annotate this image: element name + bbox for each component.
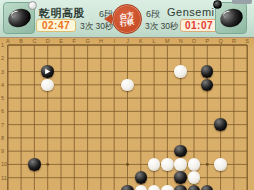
turn-stamp: 白方 行棋	[112, 4, 142, 34]
stone-N3-white	[174, 65, 186, 77]
stone-M12-white	[161, 185, 173, 190]
stone-P12-black	[201, 185, 213, 190]
stone-K12-white	[135, 185, 147, 190]
stone-O12-black	[188, 185, 200, 190]
stone-N12-black	[174, 185, 186, 190]
stone-N10-white	[174, 158, 186, 170]
black-stone-badge-icon	[213, 0, 222, 9]
stone-M10-white	[161, 158, 173, 170]
go-app-screen: 乾明高股 6段 02:47 3次 30秒 白方 行棋 6段 Gensemi 3次…	[0, 0, 254, 190]
stone-J12-black	[121, 185, 133, 190]
white-stone-badge-icon	[28, 1, 37, 10]
stone-L12-white	[148, 185, 160, 190]
stone-D3-black	[41, 65, 53, 77]
turn-stamp-line2: 行棋	[119, 18, 134, 28]
stone-P3-black	[201, 65, 213, 77]
stone-N11-black	[174, 171, 186, 183]
stone-Q7-black	[214, 118, 226, 130]
last-move-triangle-marker	[44, 68, 51, 75]
stone-L10-white	[148, 158, 160, 170]
stone-P4-black	[201, 79, 213, 91]
stone-O11-white	[188, 171, 200, 183]
stone-N9-black	[174, 145, 186, 157]
stone-D4-white	[41, 79, 53, 91]
stone-J4-white	[121, 79, 133, 91]
board-stones-layer	[1, 38, 254, 190]
stone-K11-black	[135, 171, 147, 183]
stone-Q10-white	[214, 158, 226, 170]
stone-O10-white	[188, 158, 200, 170]
stone-C10-black	[28, 158, 40, 170]
